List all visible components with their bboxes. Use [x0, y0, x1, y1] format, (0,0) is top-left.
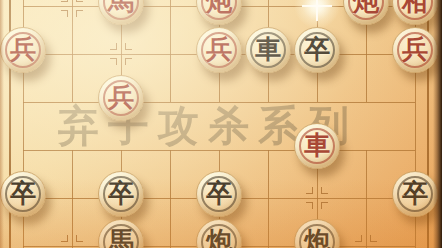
piece-red-elephant[interactable]: 相: [392, 0, 438, 25]
piece-character: 炮: [304, 228, 330, 248]
piece-red-cannon[interactable]: 炮: [196, 0, 242, 25]
piece-black-cannon[interactable]: 炮: [294, 219, 340, 248]
piece-character: 車: [255, 36, 281, 62]
piece-character: 馬: [108, 228, 134, 248]
piece-character: 卒: [10, 180, 36, 206]
frame-left-edge: [0, 0, 4, 248]
point-marker: [110, 43, 132, 65]
piece-character: 兵: [108, 84, 134, 110]
piece-black-chariot[interactable]: 車: [245, 27, 291, 73]
piece-character: 卒: [108, 180, 134, 206]
grid-line-file: [170, 150, 171, 248]
piece-black-pawn[interactable]: 卒: [392, 171, 438, 217]
piece-character: 兵: [402, 36, 428, 62]
piece-character: 炮: [206, 0, 232, 14]
piece-red-pawn[interactable]: 兵: [0, 27, 46, 73]
piece-character: 兵: [10, 36, 36, 62]
piece-black-horse[interactable]: 馬: [98, 219, 144, 248]
point-marker: [306, 187, 328, 209]
piece-red-horse[interactable]: 馬: [98, 0, 144, 25]
piece-black-pawn[interactable]: 卒: [0, 171, 46, 217]
piece-black-pawn[interactable]: 卒: [196, 171, 242, 217]
piece-red-pawn[interactable]: 兵: [98, 75, 144, 121]
piece-red-cannon[interactable]: 炮: [343, 0, 389, 25]
frame-right-edge: [433, 0, 442, 248]
piece-character: 馬: [108, 0, 134, 14]
piece-character: 炮: [206, 228, 232, 248]
piece-red-pawn[interactable]: 兵: [392, 27, 438, 73]
piece-character: 相: [402, 0, 428, 14]
grid-line-file: [268, 150, 269, 248]
piece-red-pawn[interactable]: 兵: [196, 27, 242, 73]
piece-character: 兵: [206, 36, 232, 62]
piece-black-pawn[interactable]: 卒: [294, 27, 340, 73]
piece-red-chariot[interactable]: 車: [294, 123, 340, 169]
point-marker: [355, 235, 377, 248]
grid-line-file: [170, 0, 171, 102]
piece-character: 車: [304, 132, 330, 158]
piece-character: 卒: [206, 180, 232, 206]
piece-character: 卒: [402, 180, 428, 206]
point-marker: [61, 235, 83, 248]
piece-character: 卒: [304, 36, 330, 62]
grid-line-file: [72, 150, 73, 248]
grid-line-file: [366, 150, 367, 248]
video-frame: 馬炮炮相兵兵車卒兵兵車卒卒卒卒馬炮炮 弃子攻杀系列: [0, 0, 442, 248]
point-marker: [61, 0, 83, 17]
piece-character: 炮: [353, 0, 379, 14]
piece-black-pawn[interactable]: 卒: [98, 171, 144, 217]
piece-black-cannon[interactable]: 炮: [196, 219, 242, 248]
